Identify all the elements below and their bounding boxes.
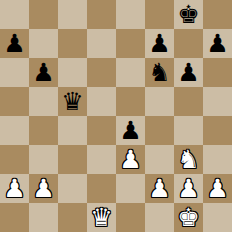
square-f3[interactable] [145, 145, 174, 174]
square-f6[interactable]: ♞ [145, 58, 174, 87]
square-a1[interactable] [0, 203, 29, 232]
square-c8[interactable] [58, 0, 87, 29]
square-b6[interactable]: ♟ [29, 58, 58, 87]
square-e5[interactable] [116, 87, 145, 116]
square-d4[interactable] [87, 116, 116, 145]
square-c5[interactable]: ♛ [58, 87, 87, 116]
square-e1[interactable] [116, 203, 145, 232]
square-b1[interactable] [29, 203, 58, 232]
square-e4[interactable]: ♟ [116, 116, 145, 145]
piece-white-pawn: ♟ [119, 145, 141, 174]
square-a2[interactable]: ♟ [0, 174, 29, 203]
square-b8[interactable] [29, 0, 58, 29]
piece-black-pawn: ♟ [206, 29, 228, 58]
piece-white-pawn: ♟ [206, 174, 228, 203]
square-d5[interactable] [87, 87, 116, 116]
square-f7[interactable]: ♟ [145, 29, 174, 58]
piece-black-pawn: ♟ [177, 58, 199, 87]
square-a7[interactable]: ♟ [0, 29, 29, 58]
square-d6[interactable] [87, 58, 116, 87]
piece-white-king: ♚ [177, 203, 199, 232]
square-d8[interactable] [87, 0, 116, 29]
square-c1[interactable] [58, 203, 87, 232]
square-f8[interactable] [145, 0, 174, 29]
square-h8[interactable] [203, 0, 232, 29]
piece-white-queen: ♛ [90, 203, 112, 232]
square-c6[interactable] [58, 58, 87, 87]
square-d1[interactable]: ♛ [87, 203, 116, 232]
square-g4[interactable] [174, 116, 203, 145]
square-b4[interactable] [29, 116, 58, 145]
square-e6[interactable] [116, 58, 145, 87]
square-e3[interactable]: ♟ [116, 145, 145, 174]
square-g1[interactable]: ♚ [174, 203, 203, 232]
square-h1[interactable] [203, 203, 232, 232]
square-c4[interactable] [58, 116, 87, 145]
square-e2[interactable] [116, 174, 145, 203]
square-h7[interactable]: ♟ [203, 29, 232, 58]
square-c2[interactable] [58, 174, 87, 203]
piece-black-pawn: ♟ [32, 58, 54, 87]
square-a5[interactable] [0, 87, 29, 116]
piece-white-pawn: ♟ [177, 174, 199, 203]
square-g8[interactable]: ♚ [174, 0, 203, 29]
square-g3[interactable]: ♞ [174, 145, 203, 174]
square-f4[interactable] [145, 116, 174, 145]
piece-black-queen: ♛ [61, 87, 83, 116]
square-g5[interactable] [174, 87, 203, 116]
square-f5[interactable] [145, 87, 174, 116]
square-b5[interactable] [29, 87, 58, 116]
square-d2[interactable] [87, 174, 116, 203]
square-f2[interactable]: ♟ [145, 174, 174, 203]
square-h6[interactable] [203, 58, 232, 87]
square-h5[interactable] [203, 87, 232, 116]
square-g7[interactable] [174, 29, 203, 58]
square-d3[interactable] [87, 145, 116, 174]
square-c3[interactable] [58, 145, 87, 174]
piece-black-pawn: ♟ [3, 29, 25, 58]
square-g2[interactable]: ♟ [174, 174, 203, 203]
piece-white-pawn: ♟ [3, 174, 25, 203]
square-a3[interactable] [0, 145, 29, 174]
square-b3[interactable] [29, 145, 58, 174]
square-e7[interactable] [116, 29, 145, 58]
square-a6[interactable] [0, 58, 29, 87]
square-a8[interactable] [0, 0, 29, 29]
piece-white-pawn: ♟ [32, 174, 54, 203]
square-e8[interactable] [116, 0, 145, 29]
piece-white-pawn: ♟ [148, 174, 170, 203]
chess-board: ♚♟♟♟♟♞♟♛♟♟♞♟♟♟♟♟♛♚ [0, 0, 232, 232]
piece-white-knight: ♞ [177, 145, 199, 174]
square-d7[interactable] [87, 29, 116, 58]
square-c7[interactable] [58, 29, 87, 58]
piece-black-pawn: ♟ [119, 116, 141, 145]
square-h4[interactable] [203, 116, 232, 145]
square-h2[interactable]: ♟ [203, 174, 232, 203]
square-a4[interactable] [0, 116, 29, 145]
square-b2[interactable]: ♟ [29, 174, 58, 203]
piece-black-knight: ♞ [148, 58, 170, 87]
square-g6[interactable]: ♟ [174, 58, 203, 87]
piece-black-king: ♚ [177, 0, 199, 29]
piece-black-pawn: ♟ [148, 29, 170, 58]
square-b7[interactable] [29, 29, 58, 58]
square-h3[interactable] [203, 145, 232, 174]
square-f1[interactable] [145, 203, 174, 232]
